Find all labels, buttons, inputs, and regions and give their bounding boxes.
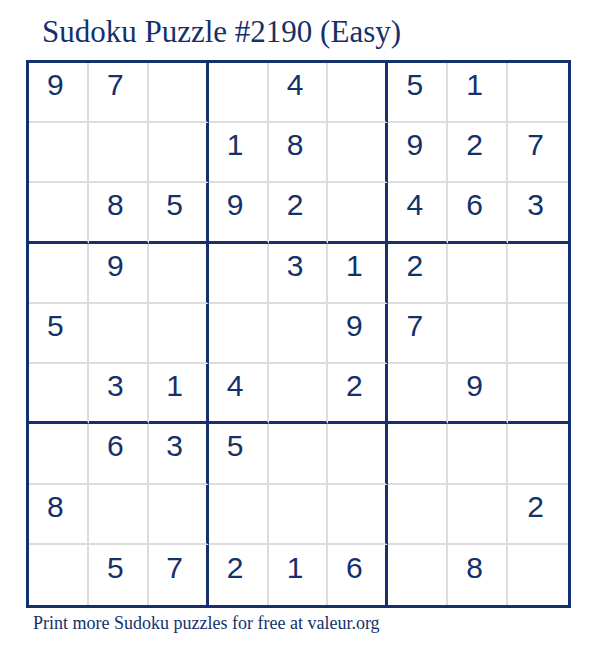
sudoku-cell-r7c6 — [328, 424, 388, 484]
sudoku-cell-r3c1 — [29, 183, 89, 243]
sudoku-given-r3c8: 6 — [448, 183, 508, 243]
sudoku-given-r2c5: 8 — [269, 123, 329, 183]
sudoku-cell-r8c5 — [269, 485, 329, 545]
sudoku-cell-r8c2 — [89, 485, 149, 545]
sudoku-cell-r5c3 — [149, 304, 209, 364]
sudoku-cell-r5c8 — [448, 304, 508, 364]
sudoku-cell-r4c8 — [448, 244, 508, 304]
sudoku-given-r6c4: 4 — [209, 364, 269, 424]
sudoku-cell-r2c2 — [89, 123, 149, 183]
sudoku-given-r9c2: 5 — [89, 545, 149, 605]
footer-credit: Print more Sudoku puzzles for free at va… — [33, 612, 380, 635]
sudoku-cell-r4c3 — [149, 244, 209, 304]
sudoku-cell-r7c7 — [388, 424, 448, 484]
sudoku-given-r2c4: 1 — [209, 123, 269, 183]
sudoku-given-r9c3: 7 — [149, 545, 209, 605]
sudoku-given-r6c2: 3 — [89, 364, 149, 424]
puzzle-title: Sudoku Puzzle #2190 (Easy) — [42, 13, 401, 50]
sudoku-given-r5c6: 9 — [328, 304, 388, 364]
sudoku-cell-r2c6 — [328, 123, 388, 183]
sudoku-given-r3c4: 9 — [209, 183, 269, 243]
sudoku-cell-r4c1 — [29, 244, 89, 304]
sudoku-given-r2c8: 2 — [448, 123, 508, 183]
sudoku-page: Sudoku Puzzle #2190 (Easy) 9745118927859… — [0, 0, 590, 651]
sudoku-given-r7c2: 6 — [89, 424, 149, 484]
sudoku-cell-r2c1 — [29, 123, 89, 183]
sudoku-cell-r5c5 — [269, 304, 329, 364]
sudoku-given-r4c2: 9 — [89, 244, 149, 304]
sudoku-given-r8c9: 2 — [508, 485, 568, 545]
sudoku-given-r6c8: 9 — [448, 364, 508, 424]
sudoku-given-r9c8: 8 — [448, 545, 508, 605]
sudoku-given-r4c5: 3 — [269, 244, 329, 304]
sudoku-given-r7c4: 5 — [209, 424, 269, 484]
sudoku-given-r1c7: 5 — [388, 63, 448, 123]
sudoku-cell-r4c4 — [209, 244, 269, 304]
sudoku-cell-r3c6 — [328, 183, 388, 243]
sudoku-given-r3c5: 2 — [269, 183, 329, 243]
sudoku-cell-r8c3 — [149, 485, 209, 545]
sudoku-given-r3c2: 8 — [89, 183, 149, 243]
sudoku-given-r8c1: 8 — [29, 485, 89, 545]
sudoku-given-r2c7: 9 — [388, 123, 448, 183]
sudoku-cell-r1c3 — [149, 63, 209, 123]
sudoku-given-r4c6: 1 — [328, 244, 388, 304]
sudoku-cell-r8c4 — [209, 485, 269, 545]
sudoku-cell-r8c8 — [448, 485, 508, 545]
sudoku-cell-r8c6 — [328, 485, 388, 545]
sudoku-cell-r9c7 — [388, 545, 448, 605]
sudoku-cell-r5c4 — [209, 304, 269, 364]
sudoku-given-r1c2: 7 — [89, 63, 149, 123]
sudoku-cell-r6c9 — [508, 364, 568, 424]
sudoku-cell-r6c5 — [269, 364, 329, 424]
sudoku-given-r9c6: 6 — [328, 545, 388, 605]
sudoku-given-r4c7: 2 — [388, 244, 448, 304]
sudoku-cell-r6c1 — [29, 364, 89, 424]
sudoku-given-r1c8: 1 — [448, 63, 508, 123]
sudoku-cell-r8c7 — [388, 485, 448, 545]
sudoku-cell-r9c1 — [29, 545, 89, 605]
sudoku-cell-r4c9 — [508, 244, 568, 304]
sudoku-given-r5c1: 5 — [29, 304, 89, 364]
sudoku-cell-r7c1 — [29, 424, 89, 484]
sudoku-cell-r6c7 — [388, 364, 448, 424]
sudoku-given-r2c9: 7 — [508, 123, 568, 183]
sudoku-given-r9c5: 1 — [269, 545, 329, 605]
sudoku-cell-r9c9 — [508, 545, 568, 605]
sudoku-cell-r2c3 — [149, 123, 209, 183]
sudoku-given-r7c3: 3 — [149, 424, 209, 484]
sudoku-cell-r5c9 — [508, 304, 568, 364]
sudoku-given-r1c1: 9 — [29, 63, 89, 123]
sudoku-cell-r1c4 — [209, 63, 269, 123]
sudoku-given-r6c6: 2 — [328, 364, 388, 424]
sudoku-cell-r1c9 — [508, 63, 568, 123]
sudoku-given-r1c5: 4 — [269, 63, 329, 123]
sudoku-cell-r7c5 — [269, 424, 329, 484]
sudoku-cell-r7c8 — [448, 424, 508, 484]
sudoku-given-r6c3: 1 — [149, 364, 209, 424]
sudoku-given-r9c4: 2 — [209, 545, 269, 605]
sudoku-given-r5c7: 7 — [388, 304, 448, 364]
sudoku-given-r3c9: 3 — [508, 183, 568, 243]
sudoku-cell-r1c6 — [328, 63, 388, 123]
sudoku-grid: 9745118927859246393125973142963582572168 — [26, 60, 571, 608]
sudoku-cell-r7c9 — [508, 424, 568, 484]
sudoku-cell-r5c2 — [89, 304, 149, 364]
sudoku-given-r3c3: 5 — [149, 183, 209, 243]
sudoku-given-r3c7: 4 — [388, 183, 448, 243]
